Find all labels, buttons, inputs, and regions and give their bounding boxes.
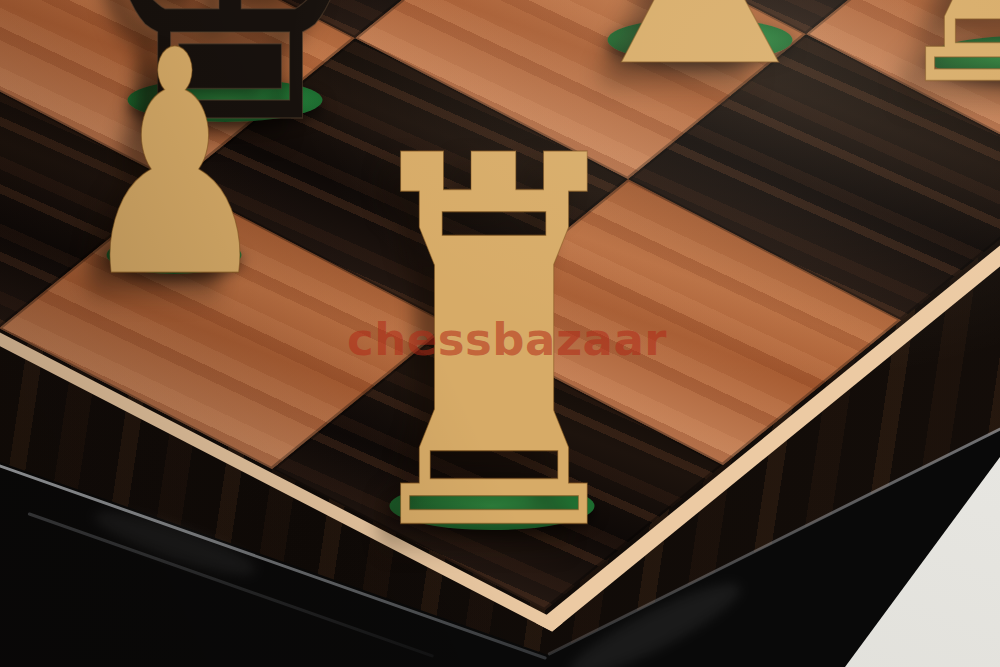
white-piece-base-corner-partial[interactable]: ♜ bbox=[870, 0, 1000, 146]
white-pawn[interactable]: ♟ bbox=[78, 10, 273, 320]
white-rook[interactable]: ♜ bbox=[345, 92, 642, 602]
chessboard-photo: ♚ ♟ ♜ ♝ ♜ chessbazaar bbox=[0, 0, 1000, 667]
